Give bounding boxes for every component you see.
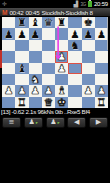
piece-white-rook: ♜ <box>17 97 26 108</box>
piece-white-king: ♚ <box>57 97 66 108</box>
square-a2[interactable]: ♟ <box>2 85 15 96</box>
square-f7[interactable]: ♟ <box>68 28 81 39</box>
square-c8[interactable]: ♝ <box>29 17 42 28</box>
square-e6[interactable] <box>55 40 68 51</box>
square-g1[interactable] <box>82 97 95 108</box>
square-b5[interactable] <box>15 51 28 62</box>
square-g4[interactable] <box>82 63 95 74</box>
square-c4[interactable] <box>29 63 42 74</box>
piece-white-pawn: ♟ <box>97 85 106 96</box>
square-b2[interactable]: ♟ <box>15 85 28 96</box>
square-f3[interactable] <box>68 74 81 85</box>
square-e8[interactable]: ♜ <box>55 17 68 28</box>
status-clock: 20:59 <box>94 0 108 8</box>
engine-accent-icon: ▸ <box>58 118 60 127</box>
square-b8[interactable]: ♜ <box>15 17 28 28</box>
piece-white-rook: ♜ <box>97 97 106 108</box>
piece-black-pawn: ♟ <box>4 29 13 40</box>
square-g3[interactable] <box>82 74 95 85</box>
square-e5[interactable]: ♟ <box>55 51 68 62</box>
piece-white-pawn: ♟ <box>44 85 53 96</box>
square-g8[interactable]: ♚ <box>82 17 95 28</box>
square-f6[interactable]: ♞ <box>68 40 81 51</box>
square-a3[interactable] <box>2 74 15 85</box>
chess-board: ♜♝♛♜♚♟♟♟♟♟♟♞♟♝♟♞♟♟♟♟♝♟♟♜♛♚♜ <box>2 17 108 108</box>
square-d4[interactable] <box>42 63 55 74</box>
square-d1[interactable]: ♛ <box>42 97 55 108</box>
piece-black-rook: ♜ <box>57 17 66 28</box>
square-e3[interactable] <box>55 74 68 85</box>
board-grid: ♜♝♛♜♚♟♟♟♟♟♟♞♟♝♟♞♟♟♟♟♝♟♟♜♛♚♜ <box>2 17 108 108</box>
match-title: Stockfish-Stockfish 8 <box>41 9 92 16</box>
square-f5[interactable] <box>68 51 81 62</box>
engine-accent-icon: ▸ <box>36 118 38 127</box>
square-b7[interactable]: ♟ <box>15 28 28 39</box>
square-d7[interactable] <box>42 28 55 39</box>
piece-black-bishop: ♝ <box>30 17 39 28</box>
square-c1[interactable] <box>29 97 42 108</box>
bottom-filler <box>0 129 110 183</box>
square-g2[interactable]: ♟ <box>82 85 95 96</box>
back-icon: ◀ <box>74 118 79 127</box>
side-indicator <box>0 50 2 68</box>
square-c2[interactable]: ♟ <box>29 85 42 96</box>
engine-output: [13] -0.62 2.1s 96kNs 0tb ..Rxe5 Bf4 <box>0 108 110 116</box>
square-e1[interactable]: ♚ <box>55 97 68 108</box>
piece-white-bishop: ♝ <box>57 85 66 96</box>
square-g5[interactable] <box>82 51 95 62</box>
back-button[interactable]: ◀ <box>67 117 86 128</box>
square-g6[interactable] <box>82 40 95 51</box>
battery-icon <box>88 1 92 7</box>
square-d3[interactable] <box>42 74 55 85</box>
square-a7[interactable]: ♟ <box>2 28 15 39</box>
piece-white-pawn: ♟ <box>17 85 26 96</box>
white-clock: 00:42 <box>9 9 23 16</box>
square-d2[interactable]: ♟ <box>42 85 55 96</box>
square-c6[interactable] <box>29 40 42 51</box>
square-h3[interactable] <box>95 74 108 85</box>
square-b6[interactable] <box>15 40 28 51</box>
scrollbar-thumb[interactable] <box>107 17 109 50</box>
square-h4[interactable] <box>95 63 108 74</box>
app-badge: M <box>2 8 7 17</box>
piece-black-pawn: ♟ <box>30 29 39 40</box>
piece-white-queen: ♛ <box>44 97 53 108</box>
title-text: 00:4200:45Stockfish-Stockfish 8 <box>9 8 94 17</box>
square-h2[interactable]: ♟ <box>95 85 108 96</box>
square-g7[interactable]: ♟ <box>82 28 95 39</box>
piece-black-knight: ♞ <box>70 40 79 51</box>
piece-white-knight: ♞ <box>30 74 39 85</box>
piece-black-pawn: ♟ <box>70 29 79 40</box>
piece-white-pawn: ♟ <box>83 85 92 96</box>
square-a4[interactable] <box>2 63 15 74</box>
square-a1[interactable] <box>2 97 15 108</box>
piece-black-bishop: ♝ <box>17 63 26 74</box>
phone-screen: ✛ ▟ 3G 20:59 M 00:4200:45Stockfish-Stock… <box>0 0 110 183</box>
square-b1[interactable]: ♜ <box>15 97 28 108</box>
square-f8[interactable] <box>68 17 81 28</box>
piece-black-pawn: ♟ <box>97 29 106 40</box>
square-h1[interactable]: ♜ <box>95 97 108 108</box>
square-f2[interactable] <box>68 85 81 96</box>
square-e7[interactable] <box>55 28 68 39</box>
piece-black-rook: ♜ <box>17 17 26 28</box>
square-h5[interactable] <box>95 51 108 62</box>
square-d5[interactable] <box>42 51 55 62</box>
menu-icon: ≡ <box>9 118 15 127</box>
title-bar: M 00:4200:45Stockfish-Stockfish 8 <box>0 8 110 17</box>
piece-black-pawn: ♟ <box>83 29 92 40</box>
square-b4[interactable]: ♝ <box>15 63 28 74</box>
square-d8[interactable]: ♛ <box>42 17 55 28</box>
square-f1[interactable] <box>68 97 81 108</box>
engine-black-button[interactable]: ♟ ▸ <box>46 117 65 128</box>
pawn-icon: ♟ <box>50 118 56 127</box>
piece-white-pawn: ♟ <box>57 51 66 62</box>
square-c3[interactable]: ♞ <box>29 74 42 85</box>
menu-button[interactable]: ≡ <box>2 117 21 128</box>
square-c7[interactable]: ♟ <box>29 28 42 39</box>
network-label: 3G <box>80 2 86 7</box>
square-b3[interactable] <box>15 74 28 85</box>
forward-button[interactable]: ▶ <box>89 117 108 128</box>
square-c5[interactable] <box>29 51 42 62</box>
square-e4[interactable]: ♟ <box>55 63 68 74</box>
piece-white-pawn: ♟ <box>4 85 13 96</box>
black-clock: 00:45 <box>25 9 39 16</box>
piece-black-pawn: ♟ <box>17 29 26 40</box>
forward-icon: ▶ <box>96 118 101 127</box>
square-a6[interactable] <box>2 40 15 51</box>
square-a5[interactable] <box>2 51 15 62</box>
piece-black-queen: ♛ <box>44 17 53 28</box>
square-e2[interactable]: ♝ <box>55 85 68 96</box>
pawn-icon: ♟ <box>28 118 34 127</box>
piece-white-pawn: ♟ <box>57 63 66 74</box>
square-d6[interactable] <box>42 40 55 51</box>
engine-white-button[interactable]: ♟ ▸ <box>24 117 43 128</box>
square-f4[interactable] <box>68 63 81 74</box>
piece-white-pawn: ♟ <box>30 85 39 96</box>
piece-black-king: ♚ <box>83 17 92 28</box>
square-a8[interactable] <box>2 17 15 28</box>
toolbar: ≡ ♟ ▸ ♟ ▸ ◀ ▶ <box>0 116 110 129</box>
